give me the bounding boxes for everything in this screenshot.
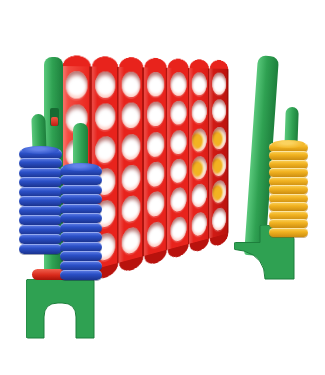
blue-disc: [60, 213, 102, 223]
board-cell[interactable]: [167, 155, 189, 187]
board-cell[interactable]: [91, 68, 118, 101]
board-cell[interactable]: [209, 150, 228, 180]
post-latch-slot: [50, 108, 59, 126]
board-cell[interactable]: [167, 212, 189, 246]
board-hole: [192, 72, 207, 95]
blue-disc: [60, 185, 102, 195]
board-hole: [170, 130, 186, 155]
board-cell[interactable]: [144, 217, 167, 253]
board-hole: [192, 155, 207, 180]
blue-disc: [60, 175, 102, 185]
product-photo-stage: [0, 0, 325, 375]
board-hole: [122, 164, 141, 192]
blue-disc: [60, 194, 102, 204]
red-latch-pin: [51, 117, 58, 126]
blue-disc: [19, 168, 62, 178]
yellow-disc: [269, 202, 308, 211]
board-cell[interactable]: [144, 99, 167, 130]
board-cell[interactable]: [119, 69, 144, 101]
board-hole: [147, 161, 164, 188]
board-hole: [95, 71, 115, 98]
yellow-disc: [269, 151, 308, 160]
blue-disc: [60, 261, 102, 271]
board-hole: [192, 211, 207, 237]
yellow-disc: [269, 219, 308, 228]
board-hole: [122, 72, 141, 98]
board-cell[interactable]: [189, 98, 209, 127]
blue-disc: [19, 225, 62, 235]
board-hole: [212, 73, 226, 95]
board-cell[interactable]: [144, 69, 167, 100]
board-hole: [122, 195, 141, 224]
board-hole: [66, 71, 88, 99]
board-hole: [212, 100, 226, 123]
board-hole: [147, 220, 164, 249]
board-hole: [147, 191, 164, 219]
board-hole: [170, 101, 186, 126]
board-cell[interactable]: [189, 208, 209, 241]
board-cell[interactable]: [209, 203, 228, 235]
blue-disc: [60, 166, 102, 176]
board-cell[interactable]: [189, 125, 209, 155]
board-hole: [170, 215, 186, 243]
board-cell[interactable]: [167, 69, 189, 98]
blue-disc: [19, 234, 62, 244]
blue-disc-stack-outer[interactable]: [19, 149, 62, 254]
board-cell[interactable]: [119, 100, 144, 133]
board-hole: [122, 225, 141, 255]
board-hole: [212, 126, 226, 150]
blue-disc-stack-inner[interactable]: [60, 166, 102, 280]
board-hole: [147, 72, 164, 97]
board-hole: [95, 135, 115, 163]
board-hole: [212, 206, 226, 231]
board-hole: [122, 103, 141, 129]
yellow-disc: [269, 228, 308, 237]
blue-disc: [19, 215, 62, 225]
board-hole: [192, 128, 207, 152]
blue-disc: [19, 244, 62, 254]
board-cell[interactable]: [209, 124, 228, 153]
blue-disc: [19, 149, 62, 159]
board-hole: [170, 72, 186, 96]
board-cell[interactable]: [189, 153, 209, 184]
board-cell[interactable]: [144, 128, 167, 160]
board-cell[interactable]: [119, 130, 144, 164]
left-foot: [26, 279, 96, 340]
blue-disc: [60, 232, 102, 242]
blue-disc: [60, 204, 102, 214]
blue-disc: [60, 270, 102, 280]
board-cell[interactable]: [91, 132, 118, 167]
blue-disc: [60, 242, 102, 252]
board-cell[interactable]: [167, 127, 189, 158]
board-hole: [212, 180, 226, 205]
blue-disc: [19, 177, 62, 187]
yellow-disc: [269, 168, 308, 177]
board-hole: [170, 158, 186, 184]
blue-disc: [19, 158, 62, 168]
board-hole: [95, 104, 115, 131]
board-hole: [212, 153, 226, 177]
blue-disc: [19, 206, 62, 216]
board-cell[interactable]: [144, 158, 167, 191]
board-cell[interactable]: [209, 70, 228, 98]
yellow-disc: [269, 185, 308, 194]
board-cell[interactable]: [119, 161, 144, 196]
board-hole: [122, 133, 141, 160]
blue-disc: [60, 251, 102, 261]
board-hole: [147, 131, 164, 157]
board-cell[interactable]: [167, 98, 189, 128]
blue-disc: [19, 196, 62, 206]
blue-disc: [60, 223, 102, 233]
board-hole: [147, 102, 164, 127]
board-cell[interactable]: [62, 68, 91, 102]
board-cell[interactable]: [91, 101, 118, 135]
board-cell[interactable]: [189, 70, 209, 98]
blue-disc: [19, 187, 62, 197]
board-hole: [192, 100, 207, 124]
yellow-disc-stack[interactable]: [269, 143, 308, 237]
board-cell[interactable]: [209, 97, 228, 125]
board-hole: [192, 183, 207, 209]
board-hole: [170, 187, 186, 214]
